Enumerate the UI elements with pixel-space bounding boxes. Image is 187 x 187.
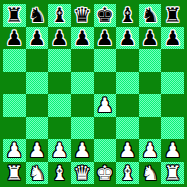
white-knight[interactable]: ♞ bbox=[141, 163, 159, 183]
square-d3[interactable] bbox=[71, 117, 94, 140]
board-grid: ♜♞♝♛♚♝♞♜♟♟♟♟♟♟♟♟♟♟♟♟♟♟♟♟♜♞♝♛♚♝♞♜ bbox=[3, 4, 184, 184]
square-b3[interactable] bbox=[26, 117, 49, 140]
square-b8[interactable]: ♞ bbox=[26, 4, 49, 27]
square-b4[interactable] bbox=[26, 94, 49, 117]
square-a7[interactable]: ♟ bbox=[3, 27, 26, 50]
black-pawn[interactable]: ♟ bbox=[96, 28, 114, 48]
square-d4[interactable] bbox=[71, 94, 94, 117]
square-h4[interactable] bbox=[161, 94, 184, 117]
black-king[interactable]: ♚ bbox=[96, 5, 114, 25]
square-e6[interactable] bbox=[94, 49, 117, 72]
square-f8[interactable]: ♝ bbox=[116, 4, 139, 27]
square-g8[interactable]: ♞ bbox=[139, 4, 162, 27]
black-pawn[interactable]: ♟ bbox=[164, 28, 182, 48]
white-bishop[interactable]: ♝ bbox=[51, 163, 69, 183]
square-d8[interactable]: ♛ bbox=[71, 4, 94, 27]
white-bishop[interactable]: ♝ bbox=[118, 163, 136, 183]
square-h2[interactable]: ♟ bbox=[161, 139, 184, 162]
square-g4[interactable] bbox=[139, 94, 162, 117]
square-d5[interactable] bbox=[71, 72, 94, 95]
square-e8[interactable]: ♚ bbox=[94, 4, 117, 27]
square-g5[interactable] bbox=[139, 72, 162, 95]
square-c2[interactable]: ♟ bbox=[48, 139, 71, 162]
square-b2[interactable]: ♟ bbox=[26, 139, 49, 162]
white-pawn[interactable]: ♟ bbox=[118, 140, 136, 160]
black-pawn[interactable]: ♟ bbox=[73, 28, 91, 48]
square-g6[interactable] bbox=[139, 49, 162, 72]
white-king[interactable]: ♚ bbox=[96, 163, 114, 183]
square-e2[interactable] bbox=[94, 139, 117, 162]
square-g2[interactable]: ♟ bbox=[139, 139, 162, 162]
black-pawn[interactable]: ♟ bbox=[51, 28, 69, 48]
black-rook[interactable]: ♜ bbox=[5, 5, 23, 25]
square-b7[interactable]: ♟ bbox=[26, 27, 49, 50]
square-a8[interactable]: ♜ bbox=[3, 4, 26, 27]
square-a6[interactable] bbox=[3, 49, 26, 72]
square-a3[interactable] bbox=[3, 117, 26, 140]
square-g7[interactable]: ♟ bbox=[139, 27, 162, 50]
square-f6[interactable] bbox=[116, 49, 139, 72]
square-f7[interactable]: ♟ bbox=[116, 27, 139, 50]
square-d2[interactable]: ♟ bbox=[71, 139, 94, 162]
white-pawn[interactable]: ♟ bbox=[5, 140, 23, 160]
square-e3[interactable] bbox=[94, 117, 117, 140]
square-c1[interactable]: ♝ bbox=[48, 162, 71, 185]
white-pawn[interactable]: ♟ bbox=[28, 140, 46, 160]
black-pawn[interactable]: ♟ bbox=[141, 28, 159, 48]
square-f1[interactable]: ♝ bbox=[116, 162, 139, 185]
square-b1[interactable]: ♞ bbox=[26, 162, 49, 185]
square-a1[interactable]: ♜ bbox=[3, 162, 26, 185]
square-b5[interactable] bbox=[26, 72, 49, 95]
black-pawn[interactable]: ♟ bbox=[28, 28, 46, 48]
square-a4[interactable] bbox=[3, 94, 26, 117]
square-a2[interactable]: ♟ bbox=[3, 139, 26, 162]
white-rook[interactable]: ♜ bbox=[164, 163, 182, 183]
square-c7[interactable]: ♟ bbox=[48, 27, 71, 50]
white-queen[interactable]: ♛ bbox=[73, 163, 91, 183]
square-f2[interactable]: ♟ bbox=[116, 139, 139, 162]
black-bishop[interactable]: ♝ bbox=[118, 5, 136, 25]
black-knight[interactable]: ♞ bbox=[141, 5, 159, 25]
white-pawn[interactable]: ♟ bbox=[141, 140, 159, 160]
square-b6[interactable] bbox=[26, 49, 49, 72]
square-f5[interactable] bbox=[116, 72, 139, 95]
black-knight[interactable]: ♞ bbox=[28, 5, 46, 25]
square-h3[interactable] bbox=[161, 117, 184, 140]
square-g3[interactable] bbox=[139, 117, 162, 140]
black-pawn[interactable]: ♟ bbox=[118, 28, 136, 48]
white-rook[interactable]: ♜ bbox=[5, 163, 23, 183]
square-c8[interactable]: ♝ bbox=[48, 4, 71, 27]
white-knight[interactable]: ♞ bbox=[28, 163, 46, 183]
white-pawn[interactable]: ♟ bbox=[164, 140, 182, 160]
square-h6[interactable] bbox=[161, 49, 184, 72]
square-c5[interactable] bbox=[48, 72, 71, 95]
white-pawn[interactable]: ♟ bbox=[96, 95, 114, 115]
square-a5[interactable] bbox=[3, 72, 26, 95]
square-e1[interactable]: ♚ bbox=[94, 162, 117, 185]
square-g1[interactable]: ♞ bbox=[139, 162, 162, 185]
square-e5[interactable] bbox=[94, 72, 117, 95]
chess-board: ♜♞♝♛♚♝♞♜♟♟♟♟♟♟♟♟♟♟♟♟♟♟♟♟♜♞♝♛♚♝♞♜ bbox=[0, 0, 187, 187]
black-bishop[interactable]: ♝ bbox=[51, 5, 69, 25]
black-pawn[interactable]: ♟ bbox=[5, 28, 23, 48]
square-h1[interactable]: ♜ bbox=[161, 162, 184, 185]
black-queen[interactable]: ♛ bbox=[73, 5, 91, 25]
square-c6[interactable] bbox=[48, 49, 71, 72]
square-c3[interactable] bbox=[48, 117, 71, 140]
square-c4[interactable] bbox=[48, 94, 71, 117]
square-f4[interactable] bbox=[116, 94, 139, 117]
white-pawn[interactable]: ♟ bbox=[51, 140, 69, 160]
square-h8[interactable]: ♜ bbox=[161, 4, 184, 27]
square-h5[interactable] bbox=[161, 72, 184, 95]
square-h7[interactable]: ♟ bbox=[161, 27, 184, 50]
square-d1[interactable]: ♛ bbox=[71, 162, 94, 185]
square-e4[interactable]: ♟ bbox=[94, 94, 117, 117]
square-f3[interactable] bbox=[116, 117, 139, 140]
black-rook[interactable]: ♜ bbox=[164, 5, 182, 25]
square-d7[interactable]: ♟ bbox=[71, 27, 94, 50]
square-e7[interactable]: ♟ bbox=[94, 27, 117, 50]
white-pawn[interactable]: ♟ bbox=[73, 140, 91, 160]
square-d6[interactable] bbox=[71, 49, 94, 72]
